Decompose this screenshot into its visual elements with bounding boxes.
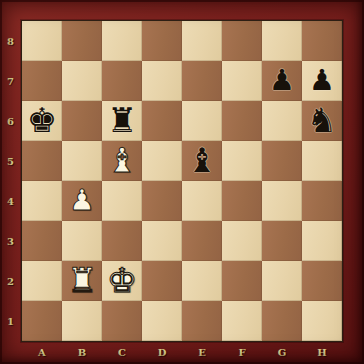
file-label-f: F bbox=[222, 342, 262, 362]
square-d2[interactable] bbox=[142, 261, 182, 301]
file-label-a: A bbox=[22, 342, 62, 362]
square-d7[interactable] bbox=[142, 61, 182, 101]
square-b1[interactable] bbox=[62, 301, 102, 341]
square-f6[interactable] bbox=[222, 101, 262, 141]
square-c1[interactable] bbox=[102, 301, 142, 341]
square-e8[interactable] bbox=[182, 21, 222, 61]
file-label-d: D bbox=[142, 342, 182, 362]
square-b4[interactable]: ♟ bbox=[62, 181, 102, 221]
square-f1[interactable] bbox=[222, 301, 262, 341]
square-c7[interactable] bbox=[102, 61, 142, 101]
square-d8[interactable] bbox=[142, 21, 182, 61]
square-a3[interactable] bbox=[22, 221, 62, 261]
rank-label-1: 1 bbox=[0, 301, 21, 341]
square-g8[interactable] bbox=[262, 21, 302, 61]
square-h8[interactable] bbox=[302, 21, 342, 61]
square-g7[interactable]: ♟ bbox=[262, 61, 302, 101]
square-f8[interactable] bbox=[222, 21, 262, 61]
file-label-e: E bbox=[182, 342, 222, 362]
square-a5[interactable] bbox=[22, 141, 62, 181]
square-d4[interactable] bbox=[142, 181, 182, 221]
piece-white-pawn-b4[interactable]: ♟ bbox=[69, 186, 95, 215]
piece-black-pawn-g7[interactable]: ♟ bbox=[269, 66, 295, 95]
chessboard-frame: ♟♟♚♜♞♝♝♟♜♚ 87654321 ABCDEFGH bbox=[0, 0, 364, 364]
square-a4[interactable] bbox=[22, 181, 62, 221]
square-b3[interactable] bbox=[62, 221, 102, 261]
square-g6[interactable] bbox=[262, 101, 302, 141]
square-f3[interactable] bbox=[222, 221, 262, 261]
square-a8[interactable] bbox=[22, 21, 62, 61]
rank-label-6: 6 bbox=[0, 101, 21, 141]
piece-black-king-a6[interactable]: ♚ bbox=[27, 103, 57, 137]
rank-label-4: 4 bbox=[0, 181, 21, 221]
piece-white-rook-b2[interactable]: ♜ bbox=[67, 263, 97, 297]
rank-label-5: 5 bbox=[0, 141, 21, 181]
square-d6[interactable] bbox=[142, 101, 182, 141]
square-h7[interactable]: ♟ bbox=[302, 61, 342, 101]
rank-label-2: 2 bbox=[0, 261, 21, 301]
square-c5[interactable]: ♝ bbox=[102, 141, 142, 181]
square-e6[interactable] bbox=[182, 101, 222, 141]
square-g3[interactable] bbox=[262, 221, 302, 261]
square-f2[interactable] bbox=[222, 261, 262, 301]
piece-black-knight-h6[interactable]: ♞ bbox=[307, 103, 337, 137]
square-g1[interactable] bbox=[262, 301, 302, 341]
file-label-b: B bbox=[62, 342, 102, 362]
square-e1[interactable] bbox=[182, 301, 222, 341]
square-a1[interactable] bbox=[22, 301, 62, 341]
square-h2[interactable] bbox=[302, 261, 342, 301]
square-b7[interactable] bbox=[62, 61, 102, 101]
square-f4[interactable] bbox=[222, 181, 262, 221]
chessboard: ♟♟♚♜♞♝♝♟♜♚ bbox=[21, 20, 343, 342]
rank-label-7: 7 bbox=[0, 61, 21, 101]
square-h4[interactable] bbox=[302, 181, 342, 221]
piece-black-rook-c6[interactable]: ♜ bbox=[107, 103, 137, 137]
piece-white-bishop-c5[interactable]: ♝ bbox=[107, 143, 137, 177]
square-g2[interactable] bbox=[262, 261, 302, 301]
file-label-c: C bbox=[102, 342, 142, 362]
square-h5[interactable] bbox=[302, 141, 342, 181]
square-d1[interactable] bbox=[142, 301, 182, 341]
square-b6[interactable] bbox=[62, 101, 102, 141]
square-e7[interactable] bbox=[182, 61, 222, 101]
square-a7[interactable] bbox=[22, 61, 62, 101]
square-b8[interactable] bbox=[62, 21, 102, 61]
square-h6[interactable]: ♞ bbox=[302, 101, 342, 141]
rank-label-8: 8 bbox=[0, 21, 21, 61]
square-b5[interactable] bbox=[62, 141, 102, 181]
square-c2[interactable]: ♚ bbox=[102, 261, 142, 301]
square-g4[interactable] bbox=[262, 181, 302, 221]
square-h3[interactable] bbox=[302, 221, 342, 261]
piece-black-pawn-h7[interactable]: ♟ bbox=[309, 66, 335, 95]
square-e4[interactable] bbox=[182, 181, 222, 221]
square-f7[interactable] bbox=[222, 61, 262, 101]
file-label-g: G bbox=[262, 342, 302, 362]
square-a2[interactable] bbox=[22, 261, 62, 301]
file-label-h: H bbox=[302, 342, 342, 362]
square-e5[interactable]: ♝ bbox=[182, 141, 222, 181]
rank-label-3: 3 bbox=[0, 221, 21, 261]
square-d3[interactable] bbox=[142, 221, 182, 261]
square-c8[interactable] bbox=[102, 21, 142, 61]
square-f5[interactable] bbox=[222, 141, 262, 181]
rank-labels: 87654321 bbox=[0, 21, 21, 341]
square-h1[interactable] bbox=[302, 301, 342, 341]
square-e3[interactable] bbox=[182, 221, 222, 261]
piece-black-bishop-e5[interactable]: ♝ bbox=[187, 143, 217, 177]
square-g5[interactable] bbox=[262, 141, 302, 181]
square-b2[interactable]: ♜ bbox=[62, 261, 102, 301]
square-a6[interactable]: ♚ bbox=[22, 101, 62, 141]
square-c3[interactable] bbox=[102, 221, 142, 261]
piece-white-king-c2[interactable]: ♚ bbox=[107, 263, 137, 297]
square-c4[interactable] bbox=[102, 181, 142, 221]
square-d5[interactable] bbox=[142, 141, 182, 181]
square-e2[interactable] bbox=[182, 261, 222, 301]
square-c6[interactable]: ♜ bbox=[102, 101, 142, 141]
file-labels: ABCDEFGH bbox=[22, 342, 342, 362]
